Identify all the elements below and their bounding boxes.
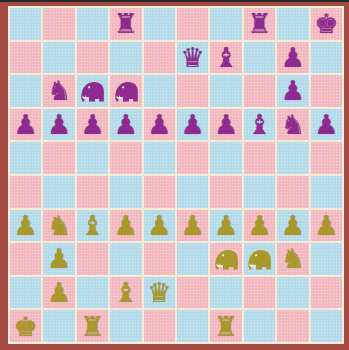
purple-bishop-piece: ♝ xyxy=(214,44,238,71)
gold-knight-piece: ♞ xyxy=(281,245,305,272)
square-j7[interactable]: ♟ xyxy=(311,109,342,141)
gold-rook-piece: ♜ xyxy=(80,313,104,340)
square-e5[interactable] xyxy=(144,176,175,208)
square-i3[interactable]: ♞ xyxy=(277,243,308,275)
gold-pawn-piece: ♟ xyxy=(147,212,171,239)
square-j5[interactable] xyxy=(311,176,342,208)
square-a5[interactable] xyxy=(10,176,41,208)
square-i1[interactable] xyxy=(277,310,308,342)
square-h6[interactable] xyxy=(244,142,275,174)
square-f5[interactable] xyxy=(177,176,208,208)
square-e7[interactable]: ♟ xyxy=(144,109,175,141)
square-e6[interactable] xyxy=(144,142,175,174)
square-e9[interactable] xyxy=(144,42,175,74)
purple-rook-piece: ♜ xyxy=(247,10,271,37)
square-h2[interactable] xyxy=(244,277,275,309)
purple-knight-piece: ♞ xyxy=(281,111,305,138)
square-f4[interactable]: ♟ xyxy=(177,210,208,242)
square-d2[interactable]: ♝ xyxy=(110,277,141,309)
square-a3[interactable] xyxy=(10,243,41,275)
square-e2[interactable]: ♛ xyxy=(144,277,175,309)
gold-rook-piece: ♜ xyxy=(214,313,238,340)
square-a4[interactable]: ♟ xyxy=(10,210,41,242)
square-c10[interactable] xyxy=(77,8,108,40)
square-h3[interactable] xyxy=(244,243,275,275)
purple-knight-piece: ♞ xyxy=(47,77,71,104)
purple-queen-piece: ♛ xyxy=(181,44,205,71)
square-c2[interactable] xyxy=(77,277,108,309)
square-d10[interactable]: ♜ xyxy=(110,8,141,40)
gold-pawn-piece: ♟ xyxy=(247,212,271,239)
elephant-icon xyxy=(244,245,274,272)
square-i8[interactable]: ♟ xyxy=(277,75,308,107)
square-j9[interactable] xyxy=(311,42,342,74)
gold-elephant-piece xyxy=(244,245,274,272)
square-d4[interactable]: ♟ xyxy=(110,210,141,242)
square-a7[interactable]: ♟ xyxy=(10,109,41,141)
square-i6[interactable] xyxy=(277,142,308,174)
square-b6[interactable] xyxy=(43,142,74,174)
square-h10[interactable]: ♜ xyxy=(244,8,275,40)
gold-pawn-piece: ♟ xyxy=(47,245,71,272)
square-b5[interactable] xyxy=(43,176,74,208)
square-c8[interactable] xyxy=(77,75,108,107)
square-d6[interactable] xyxy=(110,142,141,174)
purple-pawn-piece: ♟ xyxy=(114,111,138,138)
square-g5[interactable] xyxy=(210,176,241,208)
square-d1[interactable] xyxy=(110,310,141,342)
gold-king-piece: ♚ xyxy=(14,313,38,340)
square-h9[interactable] xyxy=(244,42,275,74)
square-c7[interactable]: ♟ xyxy=(77,109,108,141)
square-h5[interactable] xyxy=(244,176,275,208)
square-j3[interactable] xyxy=(311,243,342,275)
square-j2[interactable] xyxy=(311,277,342,309)
gold-pawn-piece: ♟ xyxy=(214,212,238,239)
gold-pawn-piece: ♟ xyxy=(281,212,305,239)
gold-pawn-piece: ♟ xyxy=(314,212,338,239)
square-g8[interactable] xyxy=(210,75,241,107)
purple-pawn-piece: ♟ xyxy=(14,111,38,138)
gold-bishop-piece: ♝ xyxy=(114,279,138,306)
square-e8[interactable] xyxy=(144,75,175,107)
square-f8[interactable] xyxy=(177,75,208,107)
square-b7[interactable]: ♟ xyxy=(43,109,74,141)
square-d3[interactable] xyxy=(110,243,141,275)
square-g7[interactable]: ♟ xyxy=(210,109,241,141)
square-a9[interactable] xyxy=(10,42,41,74)
square-e4[interactable]: ♟ xyxy=(144,210,175,242)
square-g9[interactable]: ♝ xyxy=(210,42,241,74)
square-i2[interactable] xyxy=(277,277,308,309)
gold-pawn-piece: ♟ xyxy=(14,212,38,239)
purple-elephant-piece xyxy=(111,77,141,104)
board-frame: ♜♜♚♛♝♟♞ ♟♟♟♟♟♟♟♟♝♞♟♟♞♝♟♟♟♟♟♟♟♟ ♞♟♝♛♚♜♜ xyxy=(0,0,349,350)
square-j6[interactable] xyxy=(311,142,342,174)
chess-board: ♜♜♚♛♝♟♞ ♟♟♟♟♟♟♟♟♝♞♟♟♞♝♟♟♟♟♟♟♟♟ ♞♟♝♛♚♜♜ xyxy=(8,6,344,344)
square-g1[interactable]: ♜ xyxy=(210,310,241,342)
square-a8[interactable] xyxy=(10,75,41,107)
square-f3[interactable] xyxy=(177,243,208,275)
gold-queen-piece: ♛ xyxy=(147,279,171,306)
square-i10[interactable] xyxy=(277,8,308,40)
square-h1[interactable] xyxy=(244,310,275,342)
square-g4[interactable]: ♟ xyxy=(210,210,241,242)
square-h7[interactable]: ♝ xyxy=(244,109,275,141)
square-e10[interactable] xyxy=(144,8,175,40)
square-f6[interactable] xyxy=(177,142,208,174)
square-b2[interactable]: ♟ xyxy=(43,277,74,309)
square-b4[interactable]: ♞ xyxy=(43,210,74,242)
square-f1[interactable] xyxy=(177,310,208,342)
purple-pawn-piece: ♟ xyxy=(181,111,205,138)
square-b1[interactable] xyxy=(43,310,74,342)
square-g10[interactable] xyxy=(210,8,241,40)
square-g3[interactable] xyxy=(210,243,241,275)
square-i9[interactable]: ♟ xyxy=(277,42,308,74)
gold-pawn-piece: ♟ xyxy=(181,212,205,239)
purple-king-piece: ♚ xyxy=(314,10,338,37)
square-h4[interactable]: ♟ xyxy=(244,210,275,242)
square-a10[interactable] xyxy=(10,8,41,40)
square-b10[interactable] xyxy=(43,8,74,40)
square-d8[interactable] xyxy=(110,75,141,107)
square-b8[interactable]: ♞ xyxy=(43,75,74,107)
square-h8[interactable] xyxy=(244,75,275,107)
square-d9[interactable] xyxy=(110,42,141,74)
square-c9[interactable] xyxy=(77,42,108,74)
elephant-icon xyxy=(111,77,141,104)
purple-bishop-piece: ♝ xyxy=(247,111,271,138)
square-a6[interactable] xyxy=(10,142,41,174)
square-g6[interactable] xyxy=(210,142,241,174)
purple-pawn-piece: ♟ xyxy=(214,111,238,138)
square-e3[interactable] xyxy=(144,243,175,275)
square-i4[interactable]: ♟ xyxy=(277,210,308,242)
gold-pawn-piece: ♟ xyxy=(114,212,138,239)
square-c3[interactable] xyxy=(77,243,108,275)
gold-bishop-piece: ♝ xyxy=(80,212,104,239)
purple-pawn-piece: ♟ xyxy=(147,111,171,138)
square-f2[interactable] xyxy=(177,277,208,309)
purple-pawn-piece: ♟ xyxy=(314,111,338,138)
square-d5[interactable] xyxy=(110,176,141,208)
square-b9[interactable] xyxy=(43,42,74,74)
square-a1[interactable]: ♚ xyxy=(10,310,41,342)
purple-pawn-piece: ♟ xyxy=(281,44,305,71)
purple-pawn-piece: ♟ xyxy=(80,111,104,138)
square-f7[interactable]: ♟ xyxy=(177,109,208,141)
purple-rook-piece: ♜ xyxy=(114,10,138,37)
square-c5[interactable] xyxy=(77,176,108,208)
square-j8[interactable] xyxy=(311,75,342,107)
purple-pawn-piece: ♟ xyxy=(281,77,305,104)
square-b3[interactable]: ♟ xyxy=(43,243,74,275)
square-d7[interactable]: ♟ xyxy=(110,109,141,141)
purple-pawn-piece: ♟ xyxy=(47,111,71,138)
purple-elephant-piece xyxy=(77,77,107,104)
square-e1[interactable] xyxy=(144,310,175,342)
square-c1[interactable]: ♜ xyxy=(77,310,108,342)
square-j10[interactable]: ♚ xyxy=(311,8,342,40)
gold-pawn-piece: ♟ xyxy=(47,279,71,306)
elephant-icon xyxy=(211,245,241,272)
square-a2[interactable] xyxy=(10,277,41,309)
elephant-icon xyxy=(77,77,107,104)
gold-knight-piece: ♞ xyxy=(47,212,71,239)
game-window: ♜♜♚♛♝♟♞ ♟♟♟♟♟♟♟♟♝♞♟♟♞♝♟♟♟♟♟♟♟♟ ♞♟♝♛♚♜♜ xyxy=(0,0,349,350)
square-j4[interactable]: ♟ xyxy=(311,210,342,242)
square-c4[interactable]: ♝ xyxy=(77,210,108,242)
square-i5[interactable] xyxy=(277,176,308,208)
gold-elephant-piece xyxy=(211,245,241,272)
square-g2[interactable] xyxy=(210,277,241,309)
square-i7[interactable]: ♞ xyxy=(277,109,308,141)
square-f9[interactable]: ♛ xyxy=(177,42,208,74)
square-c6[interactable] xyxy=(77,142,108,174)
square-f10[interactable] xyxy=(177,8,208,40)
square-j1[interactable] xyxy=(311,310,342,342)
